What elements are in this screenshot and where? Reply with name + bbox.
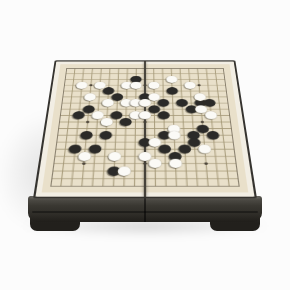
stone-white[interactable]: ● [138,110,151,120]
stone-white[interactable]: ● [107,150,122,162]
stone-white[interactable]: ● [193,92,207,102]
stone-white[interactable]: ● [130,80,143,89]
stone-black[interactable]: ● [166,86,179,96]
star-point [197,84,200,86]
stone-white[interactable]: ● [93,80,106,89]
stone-white[interactable]: ● [148,136,162,147]
star-point [82,162,86,165]
stone-white[interactable]: ● [75,80,89,89]
go-board: ●●●●●●●●●●●●●●●●●●●●●●●●●●●●●●●●●●●●●●●●… [33,60,257,198]
star-point [89,84,92,86]
stone-white[interactable]: ● [148,157,163,169]
star-point [86,121,90,123]
board-rim: ●●●●●●●●●●●●●●●●●●●●●●●●●●●●●●●●●●●●●●●●… [36,62,255,197]
stone-white[interactable]: ● [148,80,161,89]
product-photo-scene: ●●●●●●●●●●●●●●●●●●●●●●●●●●●●●●●●●●●●●●●●… [0,0,290,290]
board-fold-seam [144,62,146,197]
base-fold-seam [144,196,146,222]
stone-white[interactable]: ● [101,98,115,108]
stone-white[interactable]: ● [138,98,151,108]
stone-black[interactable]: ● [99,129,113,140]
stone-white[interactable]: ● [77,150,92,162]
stone-black[interactable]: ● [157,110,171,120]
stone-white[interactable]: ● [100,116,114,127]
stone-white[interactable]: ● [183,80,196,89]
stone-white[interactable]: ● [167,129,181,140]
stone-white[interactable]: ● [83,92,97,102]
stone-white[interactable]: ● [204,110,218,120]
stone-black[interactable]: ● [79,129,94,140]
stone-white[interactable]: ● [117,165,132,177]
stone-white[interactable]: ● [168,157,183,169]
stone-white[interactable]: ● [165,75,178,84]
stone-black[interactable]: ● [206,129,221,140]
stone-black[interactable]: ● [72,110,86,120]
star-point [204,162,208,165]
stone-white[interactable]: ● [197,143,212,154]
